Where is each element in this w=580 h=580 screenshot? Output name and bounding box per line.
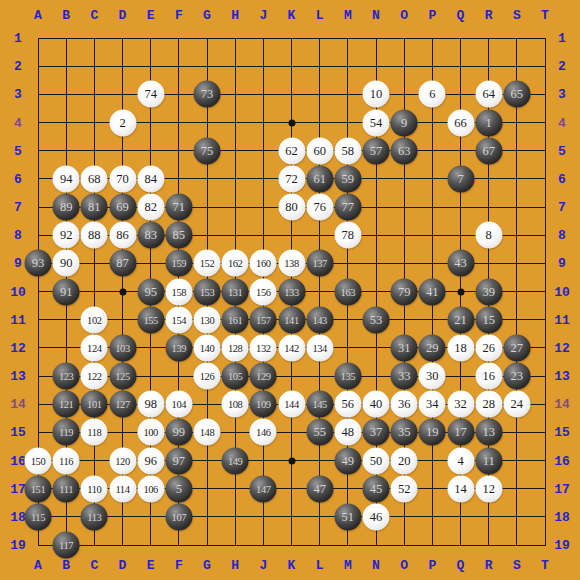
row-label-left-3: 3	[14, 88, 22, 101]
stone-w-92-B8[interactable]: 92	[53, 222, 80, 249]
stone-number: 97	[173, 453, 186, 468]
col-label-bottom-R: R	[485, 559, 493, 572]
stone-w-124-C12[interactable]: 124	[81, 334, 108, 361]
row-label-right-19: 19	[554, 539, 570, 552]
stone-w-158-F10[interactable]: 158	[165, 278, 192, 305]
stone-b-31-O12[interactable]: 31	[391, 334, 418, 361]
stone-number: 35	[398, 425, 411, 440]
stone-w-84-E6[interactable]: 84	[137, 165, 164, 192]
stone-b-117-B19[interactable]: 117	[53, 532, 80, 559]
stone-w-4-Q16[interactable]: 4	[447, 447, 474, 474]
row-label-right-2: 2	[558, 60, 566, 73]
stone-w-118-C15[interactable]: 118	[81, 419, 108, 446]
stone-b-107-F18[interactable]: 107	[165, 503, 192, 530]
stone-number: 30	[426, 369, 439, 384]
col-label-bottom-M: M	[344, 559, 352, 572]
stone-w-144-K14[interactable]: 144	[278, 391, 305, 418]
stone-w-62-K5[interactable]: 62	[278, 137, 305, 164]
stone-number: 63	[398, 143, 411, 158]
stone-w-90-B9[interactable]: 90	[53, 250, 80, 277]
stone-w-152-G9[interactable]: 152	[194, 250, 221, 277]
star-point-Q10	[457, 288, 464, 295]
stone-w-130-G11[interactable]: 130	[194, 306, 221, 333]
stone-b-153-G10[interactable]: 153	[194, 278, 221, 305]
stone-b-87-D9[interactable]: 87	[109, 250, 136, 277]
stone-w-36-O14[interactable]: 36	[391, 391, 418, 418]
stone-w-150-A16[interactable]: 150	[25, 447, 52, 474]
stone-w-30-P13[interactable]: 30	[419, 363, 446, 390]
stone-w-86-D8[interactable]: 86	[109, 222, 136, 249]
stone-b-131-H10[interactable]: 131	[222, 278, 249, 305]
stone-number: 115	[31, 511, 45, 522]
row-label-left-9: 9	[14, 257, 22, 270]
stone-b-79-O10[interactable]: 79	[391, 278, 418, 305]
stone-b-81-C7[interactable]: 81	[81, 194, 108, 221]
stone-w-66-Q4[interactable]: 66	[447, 109, 474, 136]
stone-number: 138	[284, 258, 299, 269]
stone-w-58-M5[interactable]: 58	[334, 137, 361, 164]
row-label-right-17: 17	[554, 482, 570, 495]
stone-b-93-A9[interactable]: 93	[25, 250, 52, 277]
star-point-K16	[288, 457, 295, 464]
stone-b-21-Q11[interactable]: 21	[447, 306, 474, 333]
row-label-left-10: 10	[10, 285, 26, 298]
stone-w-54-N4[interactable]: 54	[363, 109, 390, 136]
stone-number: 131	[228, 286, 243, 297]
stone-w-64-R3[interactable]: 64	[475, 81, 502, 108]
stone-number: 46	[370, 509, 383, 524]
stone-w-120-D16[interactable]: 120	[109, 447, 136, 474]
stone-number: 120	[115, 455, 130, 466]
stone-number: 123	[59, 371, 74, 382]
stone-b-137-L9[interactable]: 137	[306, 250, 333, 277]
stone-b-143-L11[interactable]: 143	[306, 306, 333, 333]
stone-w-2-D4[interactable]: 2	[109, 109, 136, 136]
stone-number: 73	[201, 87, 214, 102]
col-label-top-L: L	[316, 9, 324, 22]
row-label-left-19: 19	[10, 539, 26, 552]
stone-b-57-N5[interactable]: 57	[363, 137, 390, 164]
row-label-right-4: 4	[558, 116, 566, 129]
stone-w-78-M8[interactable]: 78	[334, 222, 361, 249]
stone-b-105-H13[interactable]: 105	[222, 363, 249, 390]
star-point-K4	[288, 119, 295, 126]
col-label-bottom-C: C	[90, 559, 98, 572]
stone-b-29-P12[interactable]: 29	[419, 334, 446, 361]
stone-number: 140	[200, 342, 215, 353]
stone-b-147-J17[interactable]: 147	[250, 475, 277, 502]
stone-number: 156	[256, 286, 271, 297]
stone-w-138-K9[interactable]: 138	[278, 250, 305, 277]
star-point-D10	[119, 288, 126, 295]
stone-w-106-E17[interactable]: 106	[137, 475, 164, 502]
stone-number: 12	[482, 481, 495, 496]
stone-number: 129	[256, 371, 271, 382]
stone-b-85-F8[interactable]: 85	[165, 222, 192, 249]
stone-number: 9	[401, 115, 407, 130]
stone-b-139-F12[interactable]: 139	[165, 334, 192, 361]
stone-number: 14	[454, 481, 467, 496]
row-label-left-6: 6	[14, 172, 22, 185]
stone-b-155-E11[interactable]: 155	[137, 306, 164, 333]
stone-b-101-C14[interactable]: 101	[81, 391, 108, 418]
col-label-top-O: O	[400, 9, 408, 22]
stone-b-89-B7[interactable]: 89	[53, 194, 80, 221]
stone-number: 41	[426, 284, 439, 299]
stone-w-104-F14[interactable]: 104	[165, 391, 192, 418]
stone-b-5-F17[interactable]: 5	[165, 475, 192, 502]
stone-b-43-Q9[interactable]: 43	[447, 250, 474, 277]
stone-w-70-D6[interactable]: 70	[109, 165, 136, 192]
stone-number: 19	[426, 425, 439, 440]
col-label-top-N: N	[372, 9, 380, 22]
stone-number: 124	[87, 342, 102, 353]
stone-w-34-P14[interactable]: 34	[419, 391, 446, 418]
stone-number: 40	[370, 397, 383, 412]
col-label-bottom-J: J	[259, 559, 267, 572]
stone-number: 47	[313, 481, 326, 496]
stone-w-162-H9[interactable]: 162	[222, 250, 249, 277]
stone-w-24-S14[interactable]: 24	[503, 391, 530, 418]
stone-b-55-L15[interactable]: 55	[306, 419, 333, 446]
stone-b-157-J11[interactable]: 157	[250, 306, 277, 333]
stone-number: 62	[285, 143, 298, 158]
stone-b-127-D14[interactable]: 127	[109, 391, 136, 418]
grid-line-vertical-L	[319, 38, 320, 546]
stone-b-161-H11[interactable]: 161	[222, 306, 249, 333]
stone-b-111-B17[interactable]: 111	[53, 475, 80, 502]
stone-b-61-L6[interactable]: 61	[306, 165, 333, 192]
stone-number: 160	[256, 258, 271, 269]
stone-number: 98	[144, 397, 157, 412]
stone-b-23-S13[interactable]: 23	[503, 363, 530, 390]
row-label-right-6: 6	[558, 172, 566, 185]
stone-w-48-M15[interactable]: 48	[334, 419, 361, 446]
stone-number: 61	[313, 171, 326, 186]
stone-number: 146	[256, 427, 271, 438]
col-label-bottom-F: F	[175, 559, 183, 572]
stone-w-76-L7[interactable]: 76	[306, 194, 333, 221]
stone-number: 132	[256, 342, 271, 353]
stone-w-32-Q14[interactable]: 32	[447, 391, 474, 418]
stone-number: 163	[341, 286, 356, 297]
stone-w-148-G15[interactable]: 148	[194, 419, 221, 446]
stone-number: 80	[285, 200, 298, 215]
stone-b-13-R15[interactable]: 13	[475, 419, 502, 446]
row-label-right-7: 7	[558, 201, 566, 214]
stone-number: 27	[511, 340, 524, 355]
stone-w-46-N18[interactable]: 46	[363, 503, 390, 530]
stone-w-12-R17[interactable]: 12	[475, 475, 502, 502]
stone-b-39-R10[interactable]: 39	[475, 278, 502, 305]
stone-b-47-L17[interactable]: 47	[306, 475, 333, 502]
stone-w-28-R14[interactable]: 28	[475, 391, 502, 418]
stone-w-142-K12[interactable]: 142	[278, 334, 305, 361]
stone-w-154-F11[interactable]: 154	[165, 306, 192, 333]
stone-b-121-B14[interactable]: 121	[53, 391, 80, 418]
col-label-top-P: P	[428, 9, 436, 22]
stone-b-83-E8[interactable]: 83	[137, 222, 164, 249]
stone-b-125-D13[interactable]: 125	[109, 363, 136, 390]
stone-number: 37	[370, 425, 383, 440]
stone-number: 152	[200, 258, 215, 269]
stone-number: 28	[482, 397, 495, 412]
col-label-bottom-T: T	[541, 559, 549, 572]
row-label-left-18: 18	[10, 510, 26, 523]
stone-b-63-O5[interactable]: 63	[391, 137, 418, 164]
stone-b-33-O13[interactable]: 33	[391, 363, 418, 390]
row-label-right-11: 11	[554, 313, 570, 326]
stone-w-114-D17[interactable]: 114	[109, 475, 136, 502]
stone-number: 157	[256, 314, 271, 325]
stone-b-17-Q15[interactable]: 17	[447, 419, 474, 446]
stone-number: 39	[482, 284, 495, 299]
stone-number: 53	[370, 312, 383, 327]
stone-number: 34	[426, 397, 439, 412]
stone-number: 107	[172, 511, 187, 522]
stone-b-71-F7[interactable]: 71	[165, 194, 192, 221]
stone-b-45-N17[interactable]: 45	[363, 475, 390, 502]
stone-number: 4	[457, 453, 463, 468]
stone-number: 106	[143, 483, 158, 494]
stone-w-10-N3[interactable]: 10	[363, 81, 390, 108]
stone-w-98-E14[interactable]: 98	[137, 391, 164, 418]
col-label-top-C: C	[90, 9, 98, 22]
stone-b-97-F16[interactable]: 97	[165, 447, 192, 474]
stone-b-67-R5[interactable]: 67	[475, 137, 502, 164]
stone-number: 151	[31, 483, 46, 494]
stone-number: 110	[87, 483, 101, 494]
stone-b-113-C18[interactable]: 113	[81, 503, 108, 530]
row-label-right-9: 9	[558, 257, 566, 270]
col-label-top-E: E	[147, 9, 155, 22]
stone-number: 64	[482, 87, 495, 102]
stone-number: 149	[228, 455, 243, 466]
stone-number: 96	[144, 453, 157, 468]
stone-w-74-E3[interactable]: 74	[137, 81, 164, 108]
stone-w-68-C6[interactable]: 68	[81, 165, 108, 192]
stone-number: 65	[511, 87, 524, 102]
col-label-bottom-K: K	[288, 559, 296, 572]
stone-w-50-N16[interactable]: 50	[363, 447, 390, 474]
stone-number: 24	[511, 397, 524, 412]
stone-number: 33	[398, 369, 411, 384]
stone-number: 6	[429, 87, 435, 102]
stone-b-1-R4[interactable]: 1	[475, 109, 502, 136]
stone-b-123-B13[interactable]: 123	[53, 363, 80, 390]
stone-b-27-S12[interactable]: 27	[503, 334, 530, 361]
stone-number: 84	[144, 171, 157, 186]
stone-number: 100	[143, 427, 158, 438]
row-label-left-16: 16	[10, 454, 26, 467]
row-label-right-16: 16	[554, 454, 570, 467]
stone-b-95-E10[interactable]: 95	[137, 278, 164, 305]
stone-number: 150	[31, 455, 46, 466]
stone-number: 59	[342, 171, 355, 186]
stone-number: 121	[59, 399, 74, 410]
stone-w-126-G13[interactable]: 126	[194, 363, 221, 390]
stone-w-132-J12[interactable]: 132	[250, 334, 277, 361]
stone-number: 91	[60, 284, 73, 299]
stone-number: 145	[312, 399, 327, 410]
stone-number: 76	[313, 200, 326, 215]
stone-b-7-Q6[interactable]: 7	[447, 165, 474, 192]
stone-number: 119	[59, 427, 73, 438]
col-label-bottom-O: O	[400, 559, 408, 572]
stone-b-149-H16[interactable]: 149	[222, 447, 249, 474]
stone-number: 16	[482, 369, 495, 384]
stone-b-159-F9[interactable]: 159	[165, 250, 192, 277]
stone-b-9-O4[interactable]: 9	[391, 109, 418, 136]
stone-b-73-G3[interactable]: 73	[194, 81, 221, 108]
stone-b-51-M18[interactable]: 51	[334, 503, 361, 530]
stone-number: 45	[370, 481, 383, 496]
stone-b-129-J13[interactable]: 129	[250, 363, 277, 390]
col-label-top-F: F	[175, 9, 183, 22]
stone-w-56-M14[interactable]: 56	[334, 391, 361, 418]
stone-b-53-N11[interactable]: 53	[363, 306, 390, 333]
stone-b-109-J14[interactable]: 109	[250, 391, 277, 418]
stone-number: 111	[59, 483, 73, 494]
stone-number: 7	[457, 171, 463, 186]
stone-number: 116	[59, 455, 73, 466]
stone-w-52-O17[interactable]: 52	[391, 475, 418, 502]
stone-b-141-K11[interactable]: 141	[278, 306, 305, 333]
stone-number: 60	[313, 143, 326, 158]
stone-number: 52	[398, 481, 411, 496]
stone-number: 127	[115, 399, 130, 410]
stone-w-60-L5[interactable]: 60	[306, 137, 333, 164]
stone-number: 144	[284, 399, 299, 410]
stone-w-116-B16[interactable]: 116	[53, 447, 80, 474]
stone-number: 58	[342, 143, 355, 158]
stone-number: 82	[144, 200, 157, 215]
row-label-right-13: 13	[554, 370, 570, 383]
stone-b-77-M7[interactable]: 77	[334, 194, 361, 221]
stone-w-96-E16[interactable]: 96	[137, 447, 164, 474]
stone-w-156-J10[interactable]: 156	[250, 278, 277, 305]
stone-number: 141	[284, 314, 299, 325]
stone-w-160-J9[interactable]: 160	[250, 250, 277, 277]
stone-b-115-A18[interactable]: 115	[25, 503, 52, 530]
stone-number: 122	[87, 371, 102, 382]
stone-number: 72	[285, 171, 298, 186]
stone-number: 154	[172, 314, 187, 325]
stone-w-110-C17[interactable]: 110	[81, 475, 108, 502]
stone-number: 21	[454, 312, 467, 327]
row-label-right-1: 1	[558, 32, 566, 45]
grid-line-horizontal-18	[38, 516, 546, 517]
stone-b-11-R16[interactable]: 11	[475, 447, 502, 474]
stone-number: 161	[228, 314, 243, 325]
col-label-bottom-D: D	[119, 559, 127, 572]
stone-number: 56	[342, 397, 355, 412]
stone-w-88-C8[interactable]: 88	[81, 222, 108, 249]
col-label-top-A: A	[34, 9, 42, 22]
col-label-top-D: D	[119, 9, 127, 22]
stone-b-41-P10[interactable]: 41	[419, 278, 446, 305]
stone-number: 49	[342, 453, 355, 468]
stone-b-35-O15[interactable]: 35	[391, 419, 418, 446]
stone-b-75-G5[interactable]: 75	[194, 137, 221, 164]
stone-w-94-B6[interactable]: 94	[53, 165, 80, 192]
col-label-bottom-L: L	[316, 559, 324, 572]
stone-number: 68	[88, 171, 101, 186]
stone-number: 50	[370, 453, 383, 468]
stone-w-102-C11[interactable]: 102	[81, 306, 108, 333]
col-label-bottom-E: E	[147, 559, 155, 572]
stone-number: 108	[228, 399, 243, 410]
stone-w-8-R8[interactable]: 8	[475, 222, 502, 249]
stone-b-37-N15[interactable]: 37	[363, 419, 390, 446]
stone-b-163-M10[interactable]: 163	[334, 278, 361, 305]
stone-b-145-L14[interactable]: 145	[306, 391, 333, 418]
go-board-diagram[interactable]: AABBCCDDEEFFGGHHJJKKLLMMNNOOPPQQRRSSTT11…	[0, 0, 580, 580]
stone-w-100-E15[interactable]: 100	[137, 419, 164, 446]
stone-b-19-P15[interactable]: 19	[419, 419, 446, 446]
stone-b-59-M6[interactable]: 59	[334, 165, 361, 192]
stone-number: 158	[172, 286, 187, 297]
stone-w-140-G12[interactable]: 140	[194, 334, 221, 361]
stone-w-14-Q17[interactable]: 14	[447, 475, 474, 502]
row-label-left-4: 4	[14, 116, 22, 129]
stone-number: 85	[173, 228, 186, 243]
stone-number: 89	[60, 200, 73, 215]
stone-b-133-K10[interactable]: 133	[278, 278, 305, 305]
stone-w-18-Q12[interactable]: 18	[447, 334, 474, 361]
stone-w-108-H14[interactable]: 108	[222, 391, 249, 418]
stone-number: 79	[398, 284, 411, 299]
stone-w-20-O16[interactable]: 20	[391, 447, 418, 474]
stone-b-99-F15[interactable]: 99	[165, 419, 192, 446]
stone-w-146-J15[interactable]: 146	[250, 419, 277, 446]
stone-number: 88	[88, 228, 101, 243]
stone-b-91-B10[interactable]: 91	[53, 278, 80, 305]
stone-number: 94	[60, 171, 73, 186]
stone-b-119-B15[interactable]: 119	[53, 419, 80, 446]
stone-w-6-P3[interactable]: 6	[419, 81, 446, 108]
stone-w-72-K6[interactable]: 72	[278, 165, 305, 192]
col-label-bottom-G: G	[203, 559, 211, 572]
stone-number: 109	[256, 399, 271, 410]
stone-number: 95	[144, 284, 157, 299]
stone-w-128-H12[interactable]: 128	[222, 334, 249, 361]
row-label-right-3: 3	[558, 88, 566, 101]
stone-b-135-M13[interactable]: 135	[334, 363, 361, 390]
stone-b-151-A17[interactable]: 151	[25, 475, 52, 502]
stone-b-69-D7[interactable]: 69	[109, 194, 136, 221]
stone-number: 92	[60, 228, 73, 243]
stone-number: 86	[116, 228, 129, 243]
stone-b-49-M16[interactable]: 49	[334, 447, 361, 474]
stone-w-40-N14[interactable]: 40	[363, 391, 390, 418]
col-label-bottom-B: B	[62, 559, 70, 572]
row-label-left-12: 12	[10, 341, 26, 354]
stone-b-103-D12[interactable]: 103	[109, 334, 136, 361]
stone-number: 55	[313, 425, 326, 440]
stone-w-134-L12[interactable]: 134	[306, 334, 333, 361]
stone-w-80-K7[interactable]: 80	[278, 194, 305, 221]
stone-number: 43	[454, 256, 467, 271]
stone-b-65-S3[interactable]: 65	[503, 81, 530, 108]
stone-w-122-C13[interactable]: 122	[81, 363, 108, 390]
stone-w-26-R12[interactable]: 26	[475, 334, 502, 361]
stone-w-82-E7[interactable]: 82	[137, 194, 164, 221]
stone-b-15-R11[interactable]: 15	[475, 306, 502, 333]
col-label-top-M: M	[344, 9, 352, 22]
col-label-bottom-A: A	[34, 559, 42, 572]
stone-w-16-R13[interactable]: 16	[475, 363, 502, 390]
